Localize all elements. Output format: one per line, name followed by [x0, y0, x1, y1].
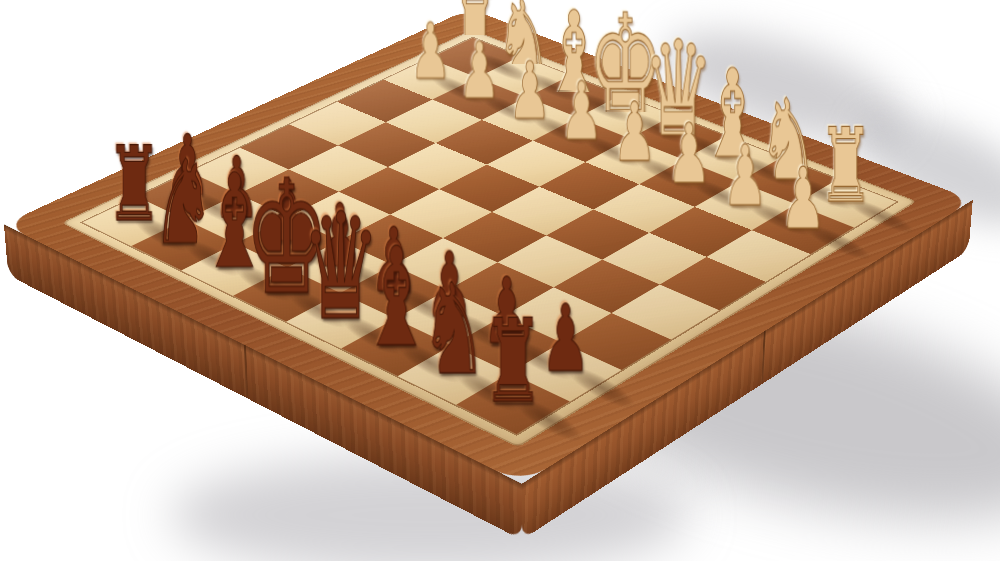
square-r0c7: ♜: [796, 179, 897, 227]
chess-case: ♜♞♝♚♛♝♞♜♟♟♟♟♟♟♟♟♟♟♟♟♟♟♟♟♜♞♝♚♛♝♞♜: [4, 9, 973, 484]
square-r6c1: ♟: [186, 194, 288, 243]
maple-border: ♜♞♝♚♛♝♞♜♟♟♟♟♟♟♟♟♟♟♟♟♟♟♟♟♜♞♝♚♛♝♞♜: [61, 30, 917, 448]
square-r7c7: ♜: [456, 373, 570, 434]
dark-rook-piece: ♜: [62, 132, 207, 236]
photo-stage: ♜♞♝♚♛♝♞♜♟♟♟♟♟♟♟♟♟♟♟♟♟♟♟♟♜♞♝♚♛♝♞♜: [0, 0, 1000, 561]
scene-3d: ♜♞♝♚♛♝♞♜♟♟♟♟♟♟♟♟♟♟♟♟♟♟♟♟♜♞♝♚♛♝♞♜: [0, 0, 1000, 561]
